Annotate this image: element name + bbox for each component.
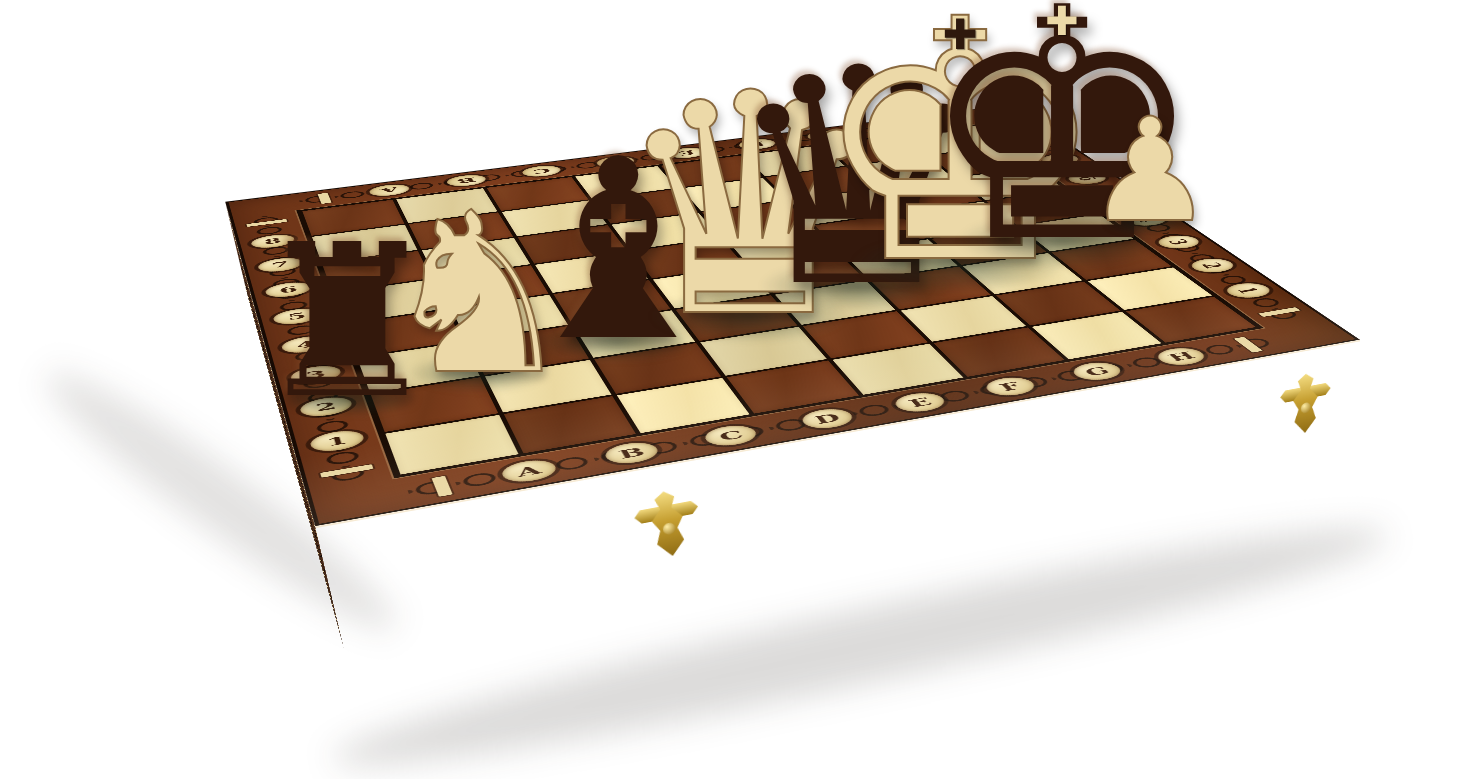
dark-king-cross-finial: ✚ (902, 1, 1222, 41)
light-pawn-glyph: ♟ (1086, 99, 1214, 242)
pieces-layer: ♜♞♝♛♛♚✚♚✚♟ (0, 0, 1469, 779)
photo-canvas: ABCDEFGH ABCDEFGH 87654321 87654321 ♜♞♝♛… (0, 0, 1469, 779)
light-pawn[interactable]: ♟ (1079, 99, 1222, 242)
